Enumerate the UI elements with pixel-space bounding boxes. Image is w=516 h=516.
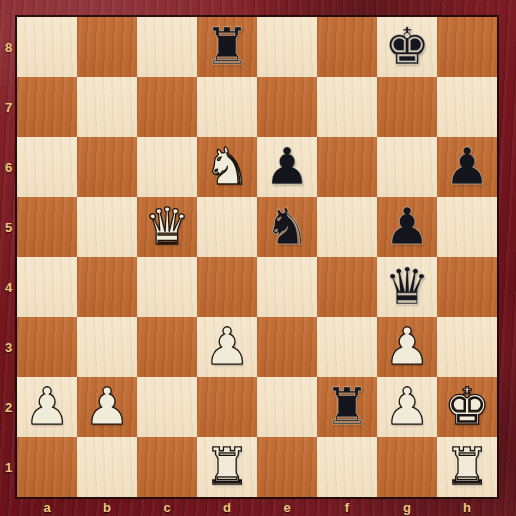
square-e4[interactable] xyxy=(257,257,317,317)
square-d4[interactable] xyxy=(197,257,257,317)
black-queen[interactable]: ♛ xyxy=(377,257,437,317)
rank-label-5: 5 xyxy=(0,197,17,257)
square-c7[interactable] xyxy=(137,77,197,137)
square-b3[interactable] xyxy=(77,317,137,377)
white-queen[interactable]: ♛ xyxy=(137,197,197,257)
square-b5[interactable] xyxy=(77,197,137,257)
square-c5[interactable]: ♛ xyxy=(137,197,197,257)
square-h1[interactable]: ♜ xyxy=(437,437,497,497)
chessboard-screenshot: ♜♚♞♟♟♛♞♟♛♟♟♟♟♜♟♚♜♜ 87654321 abcdefgh xyxy=(0,0,516,516)
square-h5[interactable] xyxy=(437,197,497,257)
black-king[interactable]: ♚ xyxy=(377,17,437,77)
square-f6[interactable] xyxy=(317,137,377,197)
white-rook[interactable]: ♜ xyxy=(437,437,497,497)
square-g4[interactable]: ♛ xyxy=(377,257,437,317)
square-f7[interactable] xyxy=(317,77,377,137)
white-knight[interactable]: ♞ xyxy=(197,137,257,197)
white-pawn[interactable]: ♟ xyxy=(17,377,77,437)
black-rook[interactable]: ♜ xyxy=(197,17,257,77)
square-b4[interactable] xyxy=(77,257,137,317)
square-a5[interactable] xyxy=(17,197,77,257)
square-d5[interactable] xyxy=(197,197,257,257)
black-rook[interactable]: ♜ xyxy=(317,377,377,437)
square-a3[interactable] xyxy=(17,317,77,377)
white-pawn[interactable]: ♟ xyxy=(197,317,257,377)
square-d2[interactable] xyxy=(197,377,257,437)
square-g8[interactable]: ♚ xyxy=(377,17,437,77)
square-e1[interactable] xyxy=(257,437,317,497)
square-f8[interactable] xyxy=(317,17,377,77)
square-h8[interactable] xyxy=(437,17,497,77)
square-a6[interactable] xyxy=(17,137,77,197)
square-a1[interactable] xyxy=(17,437,77,497)
square-g3[interactable]: ♟ xyxy=(377,317,437,377)
square-a2[interactable]: ♟ xyxy=(17,377,77,437)
rank-labels: 87654321 xyxy=(0,17,17,497)
rank-label-7: 7 xyxy=(0,77,17,137)
rank-label-4: 4 xyxy=(0,257,17,317)
square-e2[interactable] xyxy=(257,377,317,437)
rank-label-6: 6 xyxy=(0,137,17,197)
square-d1[interactable]: ♜ xyxy=(197,437,257,497)
file-label-c: c xyxy=(137,498,197,516)
square-g5[interactable]: ♟ xyxy=(377,197,437,257)
square-a4[interactable] xyxy=(17,257,77,317)
square-e7[interactable] xyxy=(257,77,317,137)
square-b8[interactable] xyxy=(77,17,137,77)
square-g2[interactable]: ♟ xyxy=(377,377,437,437)
file-labels: abcdefgh xyxy=(17,498,497,516)
rank-label-3: 3 xyxy=(0,317,17,377)
square-c6[interactable] xyxy=(137,137,197,197)
square-f2[interactable]: ♜ xyxy=(317,377,377,437)
square-f1[interactable] xyxy=(317,437,377,497)
file-label-a: a xyxy=(17,498,77,516)
square-h4[interactable] xyxy=(437,257,497,317)
square-h2[interactable]: ♚ xyxy=(437,377,497,437)
rank-label-8: 8 xyxy=(0,17,17,77)
square-d7[interactable] xyxy=(197,77,257,137)
white-pawn[interactable]: ♟ xyxy=(377,377,437,437)
square-a7[interactable] xyxy=(17,77,77,137)
square-d8[interactable]: ♜ xyxy=(197,17,257,77)
black-pawn[interactable]: ♟ xyxy=(437,137,497,197)
square-c8[interactable] xyxy=(137,17,197,77)
black-knight[interactable]: ♞ xyxy=(257,197,317,257)
square-h3[interactable] xyxy=(437,317,497,377)
black-pawn[interactable]: ♟ xyxy=(257,137,317,197)
square-b1[interactable] xyxy=(77,437,137,497)
square-e8[interactable] xyxy=(257,17,317,77)
rank-label-2: 2 xyxy=(0,377,17,437)
square-c3[interactable] xyxy=(137,317,197,377)
rank-label-1: 1 xyxy=(0,437,17,497)
file-label-e: e xyxy=(257,498,317,516)
square-c1[interactable] xyxy=(137,437,197,497)
square-c4[interactable] xyxy=(137,257,197,317)
square-h6[interactable]: ♟ xyxy=(437,137,497,197)
square-d3[interactable]: ♟ xyxy=(197,317,257,377)
file-label-b: b xyxy=(77,498,137,516)
square-f5[interactable] xyxy=(317,197,377,257)
file-label-h: h xyxy=(437,498,497,516)
square-f4[interactable] xyxy=(317,257,377,317)
board: ♜♚♞♟♟♛♞♟♛♟♟♟♟♜♟♚♜♜ xyxy=(17,17,497,497)
white-rook[interactable]: ♜ xyxy=(197,437,257,497)
square-h7[interactable] xyxy=(437,77,497,137)
square-g1[interactable] xyxy=(377,437,437,497)
square-g6[interactable] xyxy=(377,137,437,197)
white-king[interactable]: ♚ xyxy=(437,377,497,437)
white-pawn[interactable]: ♟ xyxy=(77,377,137,437)
square-b2[interactable]: ♟ xyxy=(77,377,137,437)
square-g7[interactable] xyxy=(377,77,437,137)
square-f3[interactable] xyxy=(317,317,377,377)
square-e6[interactable]: ♟ xyxy=(257,137,317,197)
square-b6[interactable] xyxy=(77,137,137,197)
file-label-d: d xyxy=(197,498,257,516)
white-pawn[interactable]: ♟ xyxy=(377,317,437,377)
square-a8[interactable] xyxy=(17,17,77,77)
black-pawn[interactable]: ♟ xyxy=(377,197,437,257)
square-c2[interactable] xyxy=(137,377,197,437)
file-label-g: g xyxy=(377,498,437,516)
square-e5[interactable]: ♞ xyxy=(257,197,317,257)
square-d6[interactable]: ♞ xyxy=(197,137,257,197)
square-b7[interactable] xyxy=(77,77,137,137)
file-label-f: f xyxy=(317,498,377,516)
square-e3[interactable] xyxy=(257,317,317,377)
